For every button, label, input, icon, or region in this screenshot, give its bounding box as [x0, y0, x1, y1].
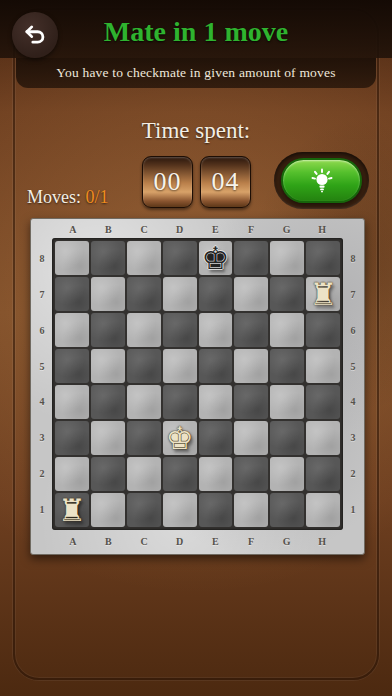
file-label-g: G [269, 534, 305, 549]
square-h8[interactable] [306, 241, 340, 275]
square-b2[interactable] [91, 457, 125, 491]
piece-white-rook[interactable]: ♜ [58, 495, 86, 526]
square-c7[interactable] [127, 277, 161, 311]
file-label-e: E [198, 534, 234, 549]
rank-label-8: 8 [345, 241, 361, 277]
file-label-d: D [162, 534, 198, 549]
square-g3[interactable] [270, 421, 304, 455]
square-d4[interactable] [163, 385, 197, 419]
moves-label: Moves: [27, 187, 81, 207]
square-g6[interactable] [270, 313, 304, 347]
square-c2[interactable] [127, 457, 161, 491]
page-subtitle: You have to checkmate in given amount of… [56, 65, 335, 81]
square-f7[interactable] [234, 277, 268, 311]
chess-board: ABCDEFGH ABCDEFGH 87654321 87654321 ♚♜♚♜ [30, 218, 365, 555]
moves-counter: Moves: 0/1 [27, 187, 109, 208]
square-d2[interactable] [163, 457, 197, 491]
square-d8[interactable] [163, 241, 197, 275]
square-d3[interactable]: ♚ [163, 421, 197, 455]
square-g5[interactable] [270, 349, 304, 383]
square-g4[interactable] [270, 385, 304, 419]
file-label-c: C [126, 222, 162, 237]
file-label-e: E [198, 222, 234, 237]
rank-labels-left: 87654321 [34, 241, 50, 527]
file-label-b: B [91, 222, 127, 237]
square-h7[interactable]: ♜ [306, 277, 340, 311]
square-b1[interactable] [91, 493, 125, 527]
square-e4[interactable] [199, 385, 233, 419]
square-d6[interactable] [163, 313, 197, 347]
file-label-a: A [55, 534, 91, 549]
rank-label-4: 4 [34, 384, 50, 420]
rank-label-6: 6 [34, 313, 50, 349]
square-d1[interactable] [163, 493, 197, 527]
file-label-h: H [304, 534, 340, 549]
square-b6[interactable] [91, 313, 125, 347]
file-label-h: H [304, 222, 340, 237]
rank-label-4: 4 [345, 384, 361, 420]
lightbulb-icon [308, 167, 336, 195]
square-e2[interactable] [199, 457, 233, 491]
square-e6[interactable] [199, 313, 233, 347]
square-b4[interactable] [91, 385, 125, 419]
timer-minutes: 00 [142, 156, 193, 208]
square-f1[interactable] [234, 493, 268, 527]
rank-label-8: 8 [34, 241, 50, 277]
rank-labels-right: 87654321 [345, 241, 361, 527]
square-f6[interactable] [234, 313, 268, 347]
square-h1[interactable] [306, 493, 340, 527]
undo-arrow-icon [22, 22, 48, 48]
file-label-g: G [269, 222, 305, 237]
file-label-a: A [55, 222, 91, 237]
square-h2[interactable] [306, 457, 340, 491]
file-labels-bottom: ABCDEFGH [55, 534, 340, 549]
file-label-b: B [91, 534, 127, 549]
square-a2[interactable] [55, 457, 89, 491]
square-f4[interactable] [234, 385, 268, 419]
file-label-f: F [233, 534, 269, 549]
subtitle-band: You have to checkmate in given amount of… [16, 58, 376, 88]
square-a4[interactable] [55, 385, 89, 419]
square-d7[interactable] [163, 277, 197, 311]
square-b7[interactable] [91, 277, 125, 311]
square-f3[interactable] [234, 421, 268, 455]
square-e8[interactable]: ♚ [199, 241, 233, 275]
rank-label-3: 3 [34, 420, 50, 456]
square-c6[interactable] [127, 313, 161, 347]
square-g1[interactable] [270, 493, 304, 527]
square-h4[interactable] [306, 385, 340, 419]
file-labels-top: ABCDEFGH [55, 222, 340, 237]
hint-button[interactable] [281, 158, 362, 203]
square-a5[interactable] [55, 349, 89, 383]
square-c4[interactable] [127, 385, 161, 419]
file-label-c: C [126, 534, 162, 549]
square-b3[interactable] [91, 421, 125, 455]
rank-label-2: 2 [34, 456, 50, 492]
square-b8[interactable] [91, 241, 125, 275]
page-title: Mate in 1 move [0, 16, 392, 48]
square-a1[interactable]: ♜ [55, 493, 89, 527]
square-a7[interactable] [55, 277, 89, 311]
file-label-d: D [162, 222, 198, 237]
square-h3[interactable] [306, 421, 340, 455]
rank-label-5: 5 [34, 348, 50, 384]
file-label-f: F [233, 222, 269, 237]
square-d5[interactable] [163, 349, 197, 383]
square-g8[interactable] [270, 241, 304, 275]
square-f8[interactable] [234, 241, 268, 275]
rank-label-7: 7 [345, 277, 361, 313]
square-a3[interactable] [55, 421, 89, 455]
square-h6[interactable] [306, 313, 340, 347]
time-spent-label: Time spent: [0, 118, 392, 144]
piece-white-king[interactable]: ♚ [166, 423, 194, 454]
back-button[interactable] [12, 12, 58, 58]
rank-label-1: 1 [34, 491, 50, 527]
rank-label-1: 1 [345, 491, 361, 527]
piece-white-rook[interactable]: ♜ [309, 279, 337, 310]
hint-button-well [274, 152, 369, 209]
piece-black-king[interactable]: ♚ [202, 243, 230, 274]
rank-label-7: 7 [34, 277, 50, 313]
square-c5[interactable] [127, 349, 161, 383]
square-a6[interactable] [55, 313, 89, 347]
square-e1[interactable] [199, 493, 233, 527]
square-c3[interactable] [127, 421, 161, 455]
square-f2[interactable] [234, 457, 268, 491]
rank-label-6: 6 [345, 313, 361, 349]
square-e7[interactable] [199, 277, 233, 311]
square-a8[interactable] [55, 241, 89, 275]
square-h5[interactable] [306, 349, 340, 383]
square-g7[interactable] [270, 277, 304, 311]
square-g2[interactable] [270, 457, 304, 491]
square-b5[interactable] [91, 349, 125, 383]
square-e3[interactable] [199, 421, 233, 455]
timer-seconds: 04 [200, 156, 251, 208]
square-e5[interactable] [199, 349, 233, 383]
rank-label-3: 3 [345, 420, 361, 456]
square-c1[interactable] [127, 493, 161, 527]
rank-label-2: 2 [345, 456, 361, 492]
board-grid: ♚♜♚♜ [55, 241, 340, 527]
board-inner: ♚♜♚♜ [52, 238, 343, 530]
rank-label-5: 5 [345, 348, 361, 384]
square-c8[interactable] [127, 241, 161, 275]
square-f5[interactable] [234, 349, 268, 383]
moves-value: 0/1 [86, 187, 109, 207]
